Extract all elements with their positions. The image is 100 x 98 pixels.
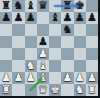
square-h1[interactable]: ♜ (86, 84, 98, 96)
white-king[interactable]: ♚ (50, 84, 60, 96)
square-f8[interactable]: ♜ (61, 0, 73, 12)
white-pawn[interactable]: ♟ (38, 48, 48, 60)
square-e7[interactable]: ♝ (49, 12, 61, 24)
square-a2[interactable]: ♟ (0, 72, 12, 84)
square-c1[interactable] (25, 84, 37, 96)
black-knight[interactable]: ♞ (62, 24, 72, 36)
black-pawn[interactable]: ♟ (13, 12, 23, 24)
black-rook[interactable]: ♜ (1, 0, 11, 12)
square-h5[interactable] (86, 36, 98, 48)
white-bishop[interactable]: ♝ (38, 72, 48, 84)
white-bishop[interactable]: ♝ (38, 60, 48, 72)
square-b3[interactable] (12, 60, 24, 72)
white-pawn[interactable]: ♟ (1, 72, 11, 84)
square-c6[interactable] (25, 24, 37, 36)
square-a3[interactable] (0, 60, 12, 72)
white-knight[interactable]: ♞ (26, 60, 36, 72)
square-f7[interactable]: ♟ (61, 12, 73, 24)
black-pawn[interactable]: ♟ (75, 12, 85, 24)
square-d5[interactable]: ♟ (37, 36, 49, 48)
square-a4[interactable] (0, 48, 12, 60)
square-e8[interactable] (49, 0, 61, 12)
white-queen[interactable]: ♛ (38, 84, 48, 96)
square-b4[interactable] (12, 48, 24, 60)
black-bishop[interactable]: ♝ (50, 12, 60, 24)
square-b1[interactable] (12, 84, 24, 96)
black-pawn[interactable]: ♟ (26, 12, 36, 24)
black-pawn[interactable]: ♟ (87, 12, 97, 24)
square-f3[interactable] (61, 60, 73, 72)
chess-board: ♜♞♝♛♜♚♟♟♟♝♟♟♟♞♟♟♞♝♟♟♟♝♟♟♟♜♛♚♞♜ (0, 0, 98, 96)
square-d3[interactable]: ♝ (37, 60, 49, 72)
square-a6[interactable] (0, 24, 12, 36)
square-e2[interactable] (49, 72, 61, 84)
white-pawn[interactable]: ♟ (62, 72, 72, 84)
square-e3[interactable] (49, 60, 61, 72)
square-c5[interactable] (25, 36, 37, 48)
chess-board-app: ♜♞♝♛♜♚♟♟♟♝♟♟♟♞♟♟♞♝♟♟♟♝♟♟♟♜♛♚♞♜ (0, 0, 100, 98)
black-pawn[interactable]: ♟ (38, 36, 48, 48)
square-h2[interactable]: ♟ (86, 72, 98, 84)
black-pawn[interactable]: ♟ (62, 12, 72, 24)
square-a8[interactable]: ♜ (0, 0, 12, 12)
white-pawn[interactable]: ♟ (87, 72, 97, 84)
square-f2[interactable]: ♟ (61, 72, 73, 84)
square-g5[interactable] (74, 36, 86, 48)
square-d4[interactable]: ♟ (37, 48, 49, 60)
square-e1[interactable]: ♚ (49, 84, 61, 96)
black-pawn[interactable]: ♟ (1, 12, 11, 24)
black-queen[interactable]: ♛ (38, 0, 48, 12)
black-rook[interactable]: ♜ (62, 0, 72, 12)
square-b5[interactable] (12, 36, 24, 48)
square-a7[interactable]: ♟ (0, 12, 12, 24)
square-c8[interactable]: ♝ (25, 0, 37, 12)
black-bishop[interactable]: ♝ (26, 0, 36, 12)
black-knight[interactable]: ♞ (13, 0, 23, 12)
square-a5[interactable] (0, 36, 12, 48)
square-f4[interactable] (61, 48, 73, 60)
white-rook[interactable]: ♜ (1, 84, 11, 96)
square-c4[interactable] (25, 48, 37, 60)
square-d7[interactable] (37, 12, 49, 24)
square-d2[interactable]: ♝ (37, 72, 49, 84)
square-g1[interactable]: ♞ (74, 84, 86, 96)
square-c3[interactable]: ♞ (25, 60, 37, 72)
square-h6[interactable] (86, 24, 98, 36)
square-g6[interactable] (74, 24, 86, 36)
square-f5[interactable] (61, 36, 73, 48)
square-f6[interactable]: ♞ (61, 24, 73, 36)
black-king[interactable]: ♚ (75, 0, 85, 12)
square-g3[interactable] (74, 60, 86, 72)
square-h8[interactable] (86, 0, 98, 12)
white-rook[interactable]: ♜ (87, 84, 97, 96)
square-c7[interactable]: ♟ (25, 12, 37, 24)
square-d1[interactable]: ♛ (37, 84, 49, 96)
square-g4[interactable] (74, 48, 86, 60)
square-d6[interactable] (37, 24, 49, 36)
square-f1[interactable] (61, 84, 73, 96)
square-b6[interactable] (12, 24, 24, 36)
square-a1[interactable]: ♜ (0, 84, 12, 96)
square-h3[interactable] (86, 60, 98, 72)
square-g7[interactable]: ♟ (74, 12, 86, 24)
square-d8[interactable]: ♛ (37, 0, 49, 12)
square-e5[interactable] (49, 36, 61, 48)
square-b7[interactable]: ♟ (12, 12, 24, 24)
square-e6[interactable] (49, 24, 61, 36)
square-b8[interactable]: ♞ (12, 0, 24, 12)
square-h4[interactable] (86, 48, 98, 60)
board-border-right (98, 0, 100, 98)
square-c2[interactable]: ♟ (25, 72, 37, 84)
white-knight[interactable]: ♞ (75, 84, 85, 96)
square-b2[interactable]: ♟ (12, 72, 24, 84)
square-g8[interactable]: ♚ (74, 0, 86, 12)
white-pawn[interactable]: ♟ (26, 72, 36, 84)
square-e4[interactable] (49, 48, 61, 60)
white-pawn[interactable]: ♟ (75, 72, 85, 84)
white-pawn[interactable]: ♟ (13, 72, 23, 84)
square-h7[interactable]: ♟ (86, 12, 98, 24)
board-border-bottom (0, 96, 100, 98)
square-g2[interactable]: ♟ (74, 72, 86, 84)
